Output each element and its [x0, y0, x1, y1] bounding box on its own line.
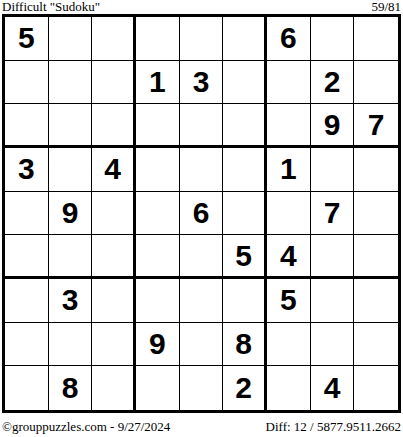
- cell-r6c4: [136, 235, 180, 279]
- cell-r6c3: [92, 235, 136, 279]
- cell-r5c2: 9: [49, 192, 93, 236]
- cell-r4c2: [49, 148, 93, 192]
- cell-r3c3: [92, 104, 136, 148]
- cell-r9c4: [136, 366, 180, 410]
- cell-r5c6: [223, 192, 267, 236]
- cell-r6c7: 4: [267, 235, 311, 279]
- cell-r7c6: [223, 279, 267, 323]
- cell-r2c6: [223, 61, 267, 105]
- cell-r9c5: [180, 366, 224, 410]
- page-title: Difficult "Sudoku": [2, 0, 100, 13]
- cell-r8c3: [92, 323, 136, 367]
- cell-r3c6: [223, 104, 267, 148]
- cell-r7c1: [5, 279, 49, 323]
- cell-r8c6: 8: [223, 323, 267, 367]
- cell-r7c2: 3: [49, 279, 93, 323]
- cell-r9c6: 2: [223, 366, 267, 410]
- cell-r4c1: 3: [5, 148, 49, 192]
- cell-r1c6: [223, 17, 267, 61]
- cell-r8c5: [180, 323, 224, 367]
- empty-cells-counter: 59/81: [371, 0, 401, 13]
- cell-r4c9: [354, 148, 398, 192]
- footer: ©grouppuzzles.com - 9/27/2024 Diff: 12 /…: [0, 413, 403, 433]
- cell-r3c2: [49, 104, 93, 148]
- cell-r5c4: [136, 192, 180, 236]
- cell-r1c2: [49, 17, 93, 61]
- cell-r9c7: [267, 366, 311, 410]
- cell-r1c3: [92, 17, 136, 61]
- cell-r4c6: [223, 148, 267, 192]
- cell-r2c2: [49, 61, 93, 105]
- cell-r1c1: 5: [5, 17, 49, 61]
- cell-r3c8: 9: [311, 104, 355, 148]
- cell-r7c7: 5: [267, 279, 311, 323]
- cell-r7c4: [136, 279, 180, 323]
- cell-r3c5: [180, 104, 224, 148]
- cell-r6c9: [354, 235, 398, 279]
- cell-r3c9: 7: [354, 104, 398, 148]
- cell-r6c1: [5, 235, 49, 279]
- cell-r7c3: [92, 279, 136, 323]
- cell-r3c4: [136, 104, 180, 148]
- cell-r1c8: [311, 17, 355, 61]
- difficulty-rating: Diff: 12 / 5877.9511.2662: [266, 420, 401, 433]
- cell-r6c8: [311, 235, 355, 279]
- cell-r5c7: [267, 192, 311, 236]
- cell-r2c4: 1: [136, 61, 180, 105]
- cell-r8c7: [267, 323, 311, 367]
- cell-r8c4: 9: [136, 323, 180, 367]
- cell-r9c2: 8: [49, 366, 93, 410]
- cell-r4c7: 1: [267, 148, 311, 192]
- cell-r9c9: [354, 366, 398, 410]
- cell-r7c5: [180, 279, 224, 323]
- cell-r5c9: [354, 192, 398, 236]
- cell-r4c4: [136, 148, 180, 192]
- cell-r6c6: 5: [223, 235, 267, 279]
- cell-r5c3: [92, 192, 136, 236]
- cell-r1c4: [136, 17, 180, 61]
- cell-r5c1: [5, 192, 49, 236]
- cell-r2c5: 3: [180, 61, 224, 105]
- cell-r6c5: [180, 235, 224, 279]
- cell-r8c8: [311, 323, 355, 367]
- cell-r8c2: [49, 323, 93, 367]
- cell-r9c8: 4: [311, 366, 355, 410]
- cell-r6c2: [49, 235, 93, 279]
- cell-r4c3: 4: [92, 148, 136, 192]
- cell-r3c1: [5, 104, 49, 148]
- cell-r2c8: 2: [311, 61, 355, 105]
- cell-r7c8: [311, 279, 355, 323]
- cell-r2c3: [92, 61, 136, 105]
- cell-r8c1: [5, 323, 49, 367]
- cell-r1c7: 6: [267, 17, 311, 61]
- cell-r4c5: [180, 148, 224, 192]
- cell-r8c9: [354, 323, 398, 367]
- cell-r4c8: [311, 148, 355, 192]
- copyright-date: ©grouppuzzles.com - 9/27/2024: [2, 420, 170, 433]
- cell-r2c9: [354, 61, 398, 105]
- sudoku-board: 5613297341967543598824: [2, 14, 401, 413]
- cell-r5c8: 7: [311, 192, 355, 236]
- cell-r9c3: [92, 366, 136, 410]
- cell-r1c9: [354, 17, 398, 61]
- cell-r3c7: [267, 104, 311, 148]
- cell-r7c9: [354, 279, 398, 323]
- cell-r5c5: 6: [180, 192, 224, 236]
- cell-r2c7: [267, 61, 311, 105]
- cell-r2c1: [5, 61, 49, 105]
- sudoku-page: Difficult "Sudoku" 59/81 561329734196754…: [0, 0, 403, 437]
- header: Difficult "Sudoku" 59/81: [0, 0, 403, 14]
- cell-r1c5: [180, 17, 224, 61]
- cell-r9c1: [5, 366, 49, 410]
